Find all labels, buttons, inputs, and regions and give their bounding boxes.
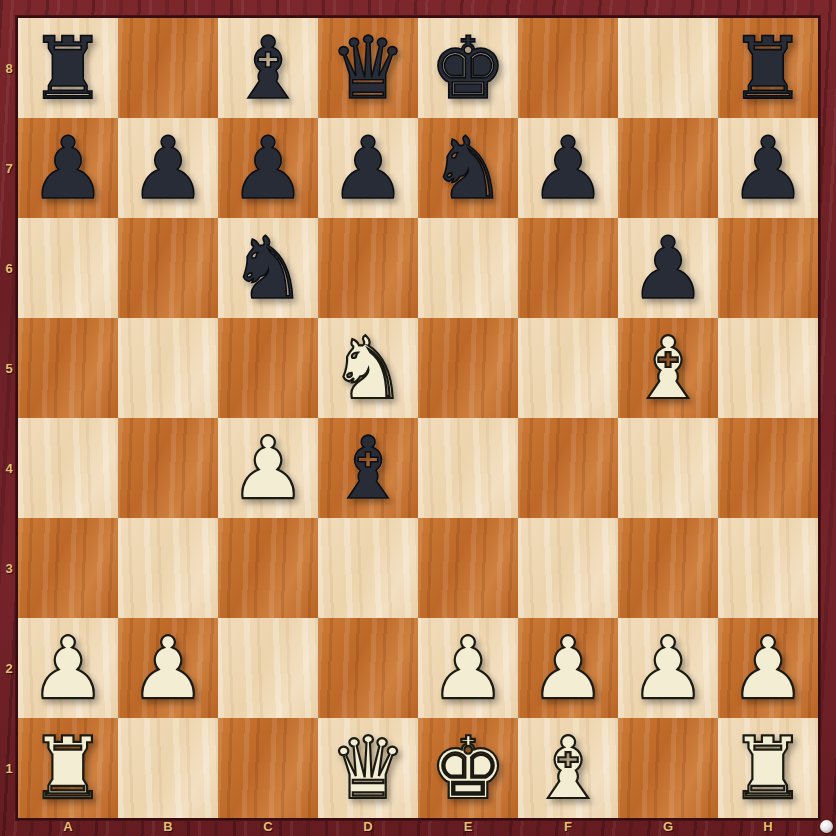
square-f4[interactable] [518, 418, 618, 518]
piece-white-bishop-g5[interactable]: ♝ [629, 318, 706, 418]
square-c7[interactable]: ♟ [218, 118, 318, 218]
square-h4[interactable] [718, 418, 818, 518]
piece-white-knight-d5[interactable]: ♞ [329, 318, 406, 418]
square-h1[interactable]: ♜ [718, 718, 818, 818]
square-e1[interactable]: ♚ [418, 718, 518, 818]
square-d8[interactable]: ♛ [318, 18, 418, 118]
square-g2[interactable]: ♟ [618, 618, 718, 718]
square-d6[interactable] [318, 218, 418, 318]
square-a3[interactable] [18, 518, 118, 618]
square-g5[interactable]: ♝ [618, 318, 718, 418]
square-e5[interactable] [418, 318, 518, 418]
piece-black-pawn-c7[interactable]: ♟ [229, 118, 306, 218]
rank-label-7: 7 [0, 161, 18, 176]
piece-white-pawn-f2[interactable]: ♟ [529, 618, 606, 718]
piece-black-pawn-f7[interactable]: ♟ [529, 118, 606, 218]
piece-black-rook-a8[interactable]: ♜ [29, 18, 106, 118]
square-a4[interactable] [18, 418, 118, 518]
piece-black-pawn-b7[interactable]: ♟ [129, 118, 206, 218]
square-c4[interactable]: ♟ [218, 418, 318, 518]
square-g7[interactable] [618, 118, 718, 218]
rank-label-4: 4 [0, 461, 18, 476]
piece-white-pawn-g2[interactable]: ♟ [629, 618, 706, 718]
square-h6[interactable] [718, 218, 818, 318]
file-label-g: G [618, 818, 718, 836]
square-f3[interactable] [518, 518, 618, 618]
square-e8[interactable]: ♚ [418, 18, 518, 118]
piece-black-rook-h8[interactable]: ♜ [729, 18, 806, 118]
square-a5[interactable] [18, 318, 118, 418]
chess-board: ♜♝♛♚♜♟♟♟♟♞♟♟♞♟♞♝♟♝♟♟♟♟♟♟♜♛♚♝♜ [18, 18, 818, 818]
square-c5[interactable] [218, 318, 318, 418]
square-e6[interactable] [418, 218, 518, 318]
square-g3[interactable] [618, 518, 718, 618]
rank-label-1: 1 [0, 761, 18, 776]
square-e3[interactable] [418, 518, 518, 618]
square-d4[interactable]: ♝ [318, 418, 418, 518]
square-g6[interactable]: ♟ [618, 218, 718, 318]
square-a8[interactable]: ♜ [18, 18, 118, 118]
square-d3[interactable] [318, 518, 418, 618]
square-a1[interactable]: ♜ [18, 718, 118, 818]
piece-black-king-e8[interactable]: ♚ [429, 18, 506, 118]
file-label-a: A [18, 818, 118, 836]
piece-black-pawn-a7[interactable]: ♟ [29, 118, 106, 218]
file-label-d: D [318, 818, 418, 836]
square-h8[interactable]: ♜ [718, 18, 818, 118]
square-b8[interactable] [118, 18, 218, 118]
square-f2[interactable]: ♟ [518, 618, 618, 718]
file-label-b: B [118, 818, 218, 836]
piece-black-bishop-d4[interactable]: ♝ [329, 418, 406, 518]
square-d5[interactable]: ♞ [318, 318, 418, 418]
square-e4[interactable] [418, 418, 518, 518]
square-f8[interactable] [518, 18, 618, 118]
square-g1[interactable] [618, 718, 718, 818]
piece-white-bishop-f1[interactable]: ♝ [529, 718, 606, 818]
piece-black-knight-e7[interactable]: ♞ [429, 118, 506, 218]
square-h2[interactable]: ♟ [718, 618, 818, 718]
square-g8[interactable] [618, 18, 718, 118]
square-c6[interactable]: ♞ [218, 218, 318, 318]
square-c3[interactable] [218, 518, 318, 618]
piece-white-rook-a1[interactable]: ♜ [29, 718, 106, 818]
piece-white-pawn-a2[interactable]: ♟ [29, 618, 106, 718]
square-a7[interactable]: ♟ [18, 118, 118, 218]
piece-black-pawn-g6[interactable]: ♟ [629, 218, 706, 318]
square-b4[interactable] [118, 418, 218, 518]
square-c8[interactable]: ♝ [218, 18, 318, 118]
square-f6[interactable] [518, 218, 618, 318]
piece-black-pawn-h7[interactable]: ♟ [729, 118, 806, 218]
piece-white-pawn-c4[interactable]: ♟ [229, 418, 306, 518]
piece-white-pawn-e2[interactable]: ♟ [429, 618, 506, 718]
rank-label-2: 2 [0, 661, 18, 676]
piece-black-knight-c6[interactable]: ♞ [229, 218, 306, 318]
square-b6[interactable] [118, 218, 218, 318]
rank-label-3: 3 [0, 561, 18, 576]
white-to-move-indicator [820, 820, 833, 833]
square-e2[interactable]: ♟ [418, 618, 518, 718]
square-f5[interactable] [518, 318, 618, 418]
square-f1[interactable]: ♝ [518, 718, 618, 818]
rank-label-8: 8 [0, 61, 18, 76]
piece-white-pawn-b2[interactable]: ♟ [129, 618, 206, 718]
piece-black-queen-d8[interactable]: ♛ [329, 18, 406, 118]
square-d1[interactable]: ♛ [318, 718, 418, 818]
piece-white-pawn-h2[interactable]: ♟ [729, 618, 806, 718]
square-c2[interactable] [218, 618, 318, 718]
square-c1[interactable] [218, 718, 318, 818]
piece-white-rook-h1[interactable]: ♜ [729, 718, 806, 818]
square-h7[interactable]: ♟ [718, 118, 818, 218]
chess-board-frame: ♜♝♛♚♜♟♟♟♟♞♟♟♞♟♞♝♟♝♟♟♟♟♟♟♜♛♚♝♜ 87654321 A… [0, 0, 836, 836]
rank-label-5: 5 [0, 361, 18, 376]
square-b1[interactable] [118, 718, 218, 818]
square-a2[interactable]: ♟ [18, 618, 118, 718]
square-b2[interactable]: ♟ [118, 618, 218, 718]
square-e7[interactable]: ♞ [418, 118, 518, 218]
square-d7[interactable]: ♟ [318, 118, 418, 218]
file-label-h: H [718, 818, 818, 836]
piece-black-pawn-d7[interactable]: ♟ [329, 118, 406, 218]
square-h3[interactable] [718, 518, 818, 618]
file-label-e: E [418, 818, 518, 836]
square-b5[interactable] [118, 318, 218, 418]
square-b7[interactable]: ♟ [118, 118, 218, 218]
piece-black-bishop-c8[interactable]: ♝ [229, 18, 306, 118]
piece-white-queen-d1[interactable]: ♛ [329, 718, 406, 818]
file-label-c: C [218, 818, 318, 836]
square-g4[interactable] [618, 418, 718, 518]
rank-label-6: 6 [0, 261, 18, 276]
file-label-f: F [518, 818, 618, 836]
square-d2[interactable] [318, 618, 418, 718]
square-f7[interactable]: ♟ [518, 118, 618, 218]
square-h5[interactable] [718, 318, 818, 418]
piece-white-king-e1[interactable]: ♚ [429, 718, 506, 818]
square-a6[interactable] [18, 218, 118, 318]
square-b3[interactable] [118, 518, 218, 618]
